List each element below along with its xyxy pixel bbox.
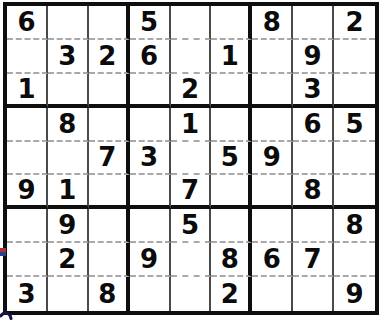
sudoku-cell-r2c8[interactable]: 9: [293, 40, 334, 74]
sudoku-cell-r4c2[interactable]: 8: [48, 108, 89, 142]
sudoku-cell-r3c7[interactable]: [252, 74, 293, 108]
sudoku-cell-r7c4[interactable]: [130, 209, 171, 243]
sudoku-cell-r9c2[interactable]: [48, 277, 89, 311]
sudoku-cell-r4c3[interactable]: [89, 108, 130, 142]
sudoku-cell-r1c5[interactable]: [171, 6, 212, 40]
sudoku-cell-r3c8[interactable]: 3: [293, 74, 334, 108]
sudoku-cell-r4c9[interactable]: 5: [334, 108, 375, 142]
sudoku-cell-r1c3[interactable]: [89, 6, 130, 40]
sudoku-cell-r6c1[interactable]: 9: [7, 175, 48, 209]
sudoku-cell-r5c3[interactable]: 7: [89, 142, 130, 176]
sudoku-cell-r2c3[interactable]: 2: [89, 40, 130, 74]
sudoku-cell-r9c1[interactable]: 3: [7, 277, 48, 311]
sudoku-cell-r5c9[interactable]: [334, 142, 375, 176]
sudoku-cell-r2c1[interactable]: [7, 40, 48, 74]
sudoku-cell-r4c1[interactable]: [7, 108, 48, 142]
sudoku-cell-r3c6[interactable]: [211, 74, 252, 108]
sudoku-cell-r4c5[interactable]: 1: [171, 108, 212, 142]
sudoku-cell-r7c2[interactable]: 9: [48, 209, 89, 243]
sudoku-cell-r1c2[interactable]: [48, 6, 89, 40]
sudoku-cell-r2c9[interactable]: [334, 40, 375, 74]
scan-artifact-tick: [0, 248, 6, 256]
sudoku-cell-r6c6[interactable]: [211, 175, 252, 209]
sudoku-cell-r9c4[interactable]: [130, 277, 171, 311]
sudoku-cell-r4c7[interactable]: [252, 108, 293, 142]
sudoku-cell-r8c2[interactable]: 2: [48, 243, 89, 277]
sudoku-cell-r6c4[interactable]: [130, 175, 171, 209]
sudoku-cell-r1c9[interactable]: 2: [334, 6, 375, 40]
sudoku-cell-r8c1[interactable]: [7, 243, 48, 277]
sudoku-cell-r6c2[interactable]: 1: [48, 175, 89, 209]
sudoku-cell-r7c5[interactable]: 5: [171, 209, 212, 243]
sudoku-cell-r5c1[interactable]: [7, 142, 48, 176]
sudoku-cell-r8c6[interactable]: 8: [211, 243, 252, 277]
sudoku-cell-r8c9[interactable]: [334, 243, 375, 277]
sudoku-cell-r5c7[interactable]: 9: [252, 142, 293, 176]
sudoku-cell-r9c9[interactable]: 9: [334, 277, 375, 311]
sudoku-cell-r7c3[interactable]: [89, 209, 130, 243]
sudoku-cell-r4c6[interactable]: [211, 108, 252, 142]
sudoku-cell-r2c6[interactable]: 1: [211, 40, 252, 74]
sudoku-cell-r8c8[interactable]: 7: [293, 243, 334, 277]
sudoku-cell-r5c8[interactable]: [293, 142, 334, 176]
sudoku-cell-r2c7[interactable]: [252, 40, 293, 74]
sudoku-cell-r3c5[interactable]: 2: [171, 74, 212, 108]
sudoku-cell-r6c5[interactable]: 7: [171, 175, 212, 209]
sudoku-cell-r1c8[interactable]: [293, 6, 334, 40]
sudoku-cell-r3c3[interactable]: [89, 74, 130, 108]
sudoku-cell-r6c8[interactable]: 8: [293, 175, 334, 209]
sudoku-cell-r7c6[interactable]: [211, 209, 252, 243]
sudoku-cell-r2c2[interactable]: 3: [48, 40, 89, 74]
sudoku-cell-r9c7[interactable]: [252, 277, 293, 311]
sudoku-cell-r2c4[interactable]: 6: [130, 40, 171, 74]
sudoku-cell-r5c6[interactable]: 5: [211, 142, 252, 176]
sudoku-cell-r3c2[interactable]: [48, 74, 89, 108]
sudoku-cell-r6c7[interactable]: [252, 175, 293, 209]
sudoku-cell-r5c5[interactable]: [171, 142, 212, 176]
sudoku-cell-r7c1[interactable]: [7, 209, 48, 243]
sudoku-cell-r8c4[interactable]: 9: [130, 243, 171, 277]
sudoku-cell-r9c3[interactable]: 8: [89, 277, 130, 311]
sudoku-cell-r1c7[interactable]: 8: [252, 6, 293, 40]
sudoku-cell-r6c3[interactable]: [89, 175, 130, 209]
sudoku-cell-r3c1[interactable]: 1: [7, 74, 48, 108]
sudoku-cell-r1c1[interactable]: 6: [7, 6, 48, 40]
sudoku-cell-r4c8[interactable]: 6: [293, 108, 334, 142]
sudoku-cell-r5c4[interactable]: 3: [130, 142, 171, 176]
sudoku-cell-r3c9[interactable]: [334, 74, 375, 108]
scan-artifact-blue-stripe: [0, 252, 6, 256]
sudoku-cell-r8c3[interactable]: [89, 243, 130, 277]
sudoku-cell-r7c9[interactable]: 8: [334, 209, 375, 243]
sudoku-cell-r2c5[interactable]: [171, 40, 212, 74]
sudoku-cell-r8c7[interactable]: 6: [252, 243, 293, 277]
sudoku-cell-r3c4[interactable]: [130, 74, 171, 108]
sudoku-cell-r9c5[interactable]: [171, 277, 212, 311]
sudoku-cell-r9c6[interactable]: 2: [211, 277, 252, 311]
sudoku-cell-r8c5[interactable]: [171, 243, 212, 277]
scan-artifact-corner-glyph: [0, 309, 13, 321]
sudoku-cell-r5c2[interactable]: [48, 142, 89, 176]
sudoku-cell-r9c8[interactable]: [293, 277, 334, 311]
sudoku-cell-r4c4[interactable]: [130, 108, 171, 142]
sudoku-board: 658232619123816573599178958298673829: [3, 2, 379, 315]
sudoku-cell-r1c6[interactable]: [211, 6, 252, 40]
sudoku-cell-r7c8[interactable]: [293, 209, 334, 243]
sudoku-page: 658232619123816573599178958298673829: [0, 0, 385, 321]
sudoku-cell-r7c7[interactable]: [252, 209, 293, 243]
sudoku-cell-r6c9[interactable]: [334, 175, 375, 209]
sudoku-cell-r1c4[interactable]: 5: [130, 6, 171, 40]
